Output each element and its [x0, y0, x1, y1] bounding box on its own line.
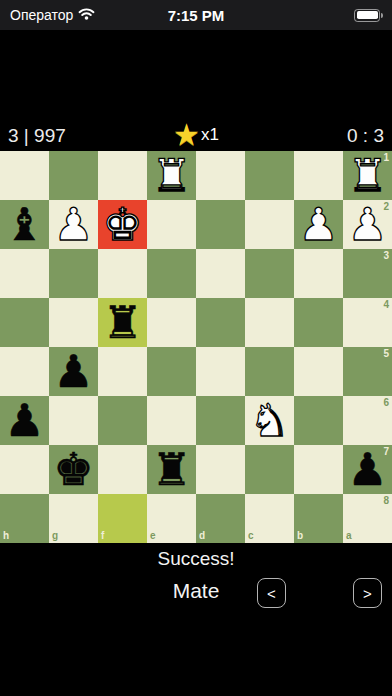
square-c6[interactable]: ♞ — [245, 396, 294, 445]
black-p-piece-a7: ♟ — [343, 445, 392, 494]
square-g8[interactable]: g — [49, 494, 98, 543]
square-h1[interactable] — [0, 151, 49, 200]
square-c8[interactable]: c — [245, 494, 294, 543]
square-f6[interactable] — [98, 396, 147, 445]
file-label-d: d — [199, 531, 205, 541]
square-a5[interactable]: 5 — [343, 347, 392, 396]
prev-puzzle-button[interactable]: < — [257, 578, 286, 608]
black-p-piece-h6: ♟ — [0, 396, 49, 445]
rank-label-8: 8 — [383, 496, 389, 506]
square-b3[interactable] — [294, 249, 343, 298]
rank-label-3: 3 — [383, 251, 389, 261]
square-d3[interactable] — [196, 249, 245, 298]
goal-label: Mate — [0, 579, 392, 603]
white-p-piece-g2: ♟ — [49, 200, 98, 249]
square-e2[interactable] — [147, 200, 196, 249]
square-c1[interactable] — [245, 151, 294, 200]
square-g6[interactable] — [49, 396, 98, 445]
file-label-h: h — [3, 531, 9, 541]
white-p-piece-b2: ♟ — [294, 200, 343, 249]
square-b2[interactable]: ♟ — [294, 200, 343, 249]
square-a7[interactable]: ♟7 — [343, 445, 392, 494]
square-a3[interactable]: 3 — [343, 249, 392, 298]
square-g2[interactable]: ♟ — [49, 200, 98, 249]
battery-icon — [354, 9, 380, 22]
square-g3[interactable] — [49, 249, 98, 298]
square-b6[interactable] — [294, 396, 343, 445]
score-bar: 3 | 997 ★ x1 0 : 3 — [0, 119, 392, 150]
square-h6[interactable]: ♟ — [0, 396, 49, 445]
square-h4[interactable] — [0, 298, 49, 347]
rank-label-7: 7 — [383, 447, 389, 457]
square-e4[interactable] — [147, 298, 196, 347]
square-a2[interactable]: ♟2 — [343, 200, 392, 249]
square-d8[interactable]: d — [196, 494, 245, 543]
square-h7[interactable] — [0, 445, 49, 494]
rank-label-4: 4 — [383, 300, 389, 310]
square-e5[interactable] — [147, 347, 196, 396]
square-c5[interactable] — [245, 347, 294, 396]
black-r-piece-f4: ♜ — [98, 298, 147, 347]
file-label-c: c — [248, 531, 254, 541]
clock: 7:15 PM — [0, 0, 392, 30]
star-multiplier: x1 — [201, 125, 219, 145]
file-label-a: a — [346, 531, 352, 541]
square-c4[interactable] — [245, 298, 294, 347]
status-right — [354, 0, 380, 30]
square-a6[interactable]: 6 — [343, 396, 392, 445]
square-h3[interactable] — [0, 249, 49, 298]
square-d2[interactable] — [196, 200, 245, 249]
square-b7[interactable] — [294, 445, 343, 494]
chess-board: ♜♜1♝♟♚♟♟23♜4♟5♟♞6♚♜♟7hgfedcb8a — [0, 151, 392, 543]
rank-label-6: 6 — [383, 398, 389, 408]
file-label-e: e — [150, 531, 156, 541]
timer: 0 : 3 — [347, 125, 384, 147]
square-g5[interactable]: ♟ — [49, 347, 98, 396]
star-icon: ★ — [173, 120, 200, 150]
square-d7[interactable] — [196, 445, 245, 494]
file-label-g: g — [52, 531, 58, 541]
status-bar: Оператор 7:15 PM — [0, 0, 392, 30]
battery-fill — [357, 11, 378, 19]
battery-nub — [381, 13, 384, 18]
square-h5[interactable] — [0, 347, 49, 396]
square-f7[interactable] — [98, 445, 147, 494]
square-c2[interactable] — [245, 200, 294, 249]
square-h8[interactable]: h — [0, 494, 49, 543]
black-b-piece-h2: ♝ — [0, 200, 49, 249]
white-n-piece-c6: ♞ — [245, 396, 294, 445]
square-h2[interactable]: ♝ — [0, 200, 49, 249]
square-b5[interactable] — [294, 347, 343, 396]
square-b8[interactable]: b — [294, 494, 343, 543]
square-f8[interactable]: f — [98, 494, 147, 543]
black-r-piece-e7: ♜ — [147, 445, 196, 494]
next-puzzle-button[interactable]: > — [353, 578, 382, 608]
square-g1[interactable] — [49, 151, 98, 200]
square-a4[interactable]: 4 — [343, 298, 392, 347]
file-label-b: b — [297, 531, 303, 541]
square-b4[interactable] — [294, 298, 343, 347]
square-e8[interactable]: e — [147, 494, 196, 543]
square-e3[interactable] — [147, 249, 196, 298]
white-r-piece-a1: ♜ — [343, 151, 392, 200]
square-d6[interactable] — [196, 396, 245, 445]
result-message: Success! — [0, 548, 392, 570]
app-screen: Оператор 7:15 PM 3 | 997 ★ x1 0 : 3 — [0, 0, 392, 696]
file-label-f: f — [101, 531, 104, 541]
square-f5[interactable] — [98, 347, 147, 396]
white-r-piece-e1: ♜ — [147, 151, 196, 200]
square-f4[interactable]: ♜ — [98, 298, 147, 347]
rank-label-2: 2 — [383, 202, 389, 212]
square-c7[interactable] — [245, 445, 294, 494]
square-d4[interactable] — [196, 298, 245, 347]
rank-label-1: 1 — [383, 153, 389, 163]
square-e6[interactable] — [147, 396, 196, 445]
square-f1[interactable] — [98, 151, 147, 200]
white-k-piece-f2: ♚ — [98, 200, 147, 249]
black-p-piece-g5: ♟ — [49, 347, 98, 396]
star-multiplier-group: ★ x1 — [0, 120, 392, 150]
square-e1[interactable]: ♜ — [147, 151, 196, 200]
square-b1[interactable] — [294, 151, 343, 200]
rank-label-5: 5 — [383, 349, 389, 359]
square-a8[interactable]: 8a — [343, 494, 392, 543]
square-g4[interactable] — [49, 298, 98, 347]
square-d5[interactable] — [196, 347, 245, 396]
square-f3[interactable] — [98, 249, 147, 298]
square-e7[interactable]: ♜ — [147, 445, 196, 494]
square-d1[interactable] — [196, 151, 245, 200]
white-p-piece-a2: ♟ — [343, 200, 392, 249]
square-c3[interactable] — [245, 249, 294, 298]
square-f2[interactable]: ♚ — [98, 200, 147, 249]
square-a1[interactable]: ♜1 — [343, 151, 392, 200]
black-k-piece-g7: ♚ — [49, 445, 98, 494]
square-g7[interactable]: ♚ — [49, 445, 98, 494]
